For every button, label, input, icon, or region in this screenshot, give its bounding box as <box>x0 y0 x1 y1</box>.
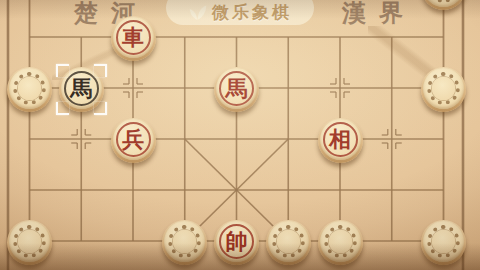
piece-back-pattern <box>9 221 50 262</box>
piece-hidden-f6r10[interactable] <box>266 220 311 265</box>
selection-corner-bracket <box>94 64 107 77</box>
piece-character: 馬 <box>216 68 257 109</box>
game-screen: 楚河 漢界 微乐象棋 車馬馬兵相帥 <box>0 0 480 270</box>
piece-back-pattern <box>320 221 361 262</box>
piece-character: 帥 <box>216 221 257 262</box>
piece-back-pattern <box>423 221 464 262</box>
piece-hidden-f1r7[interactable] <box>7 67 52 112</box>
selection-corner-bracket <box>94 102 107 115</box>
piece-hidden-f7r10[interactable] <box>318 220 363 265</box>
piece-hidden-f9r5[interactable] <box>421 0 466 10</box>
piece-hidden-f9r10[interactable] <box>421 220 466 265</box>
piece-red-general-f5r10[interactable]: 帥 <box>214 220 259 265</box>
selection-corner-bracket <box>56 102 69 115</box>
piece-back-pattern <box>423 0 464 7</box>
piece-back-pattern <box>164 221 205 262</box>
piece-face: 兵 <box>113 119 154 160</box>
piece-red-soldier-f3r8[interactable]: 兵 <box>111 118 156 163</box>
selection-corner-bracket <box>56 64 69 77</box>
piece-character: 兵 <box>113 119 154 160</box>
pieces-layer: 車馬馬兵相帥 <box>0 0 480 270</box>
piece-back-pattern <box>268 221 309 262</box>
piece-back-pattern <box>9 68 50 109</box>
piece-hidden-f1r10[interactable] <box>7 220 52 265</box>
piece-red-elephant-f7r8[interactable]: 相 <box>318 118 363 163</box>
piece-black-horse-f2r7[interactable]: 馬 <box>59 67 104 112</box>
piece-hidden-f9r7[interactable] <box>421 67 466 112</box>
piece-red-chariot-f3r6[interactable]: 車 <box>111 16 156 61</box>
piece-character: 相 <box>320 119 361 160</box>
piece-red-horse-f5r7[interactable]: 馬 <box>214 67 259 112</box>
piece-face: 帥 <box>216 221 257 262</box>
piece-face: 馬 <box>216 68 257 109</box>
piece-hidden-f4r10[interactable] <box>162 220 207 265</box>
piece-face: 相 <box>320 119 361 160</box>
piece-face: 車 <box>113 17 154 58</box>
piece-back-pattern <box>423 68 464 109</box>
piece-character: 車 <box>113 17 154 58</box>
